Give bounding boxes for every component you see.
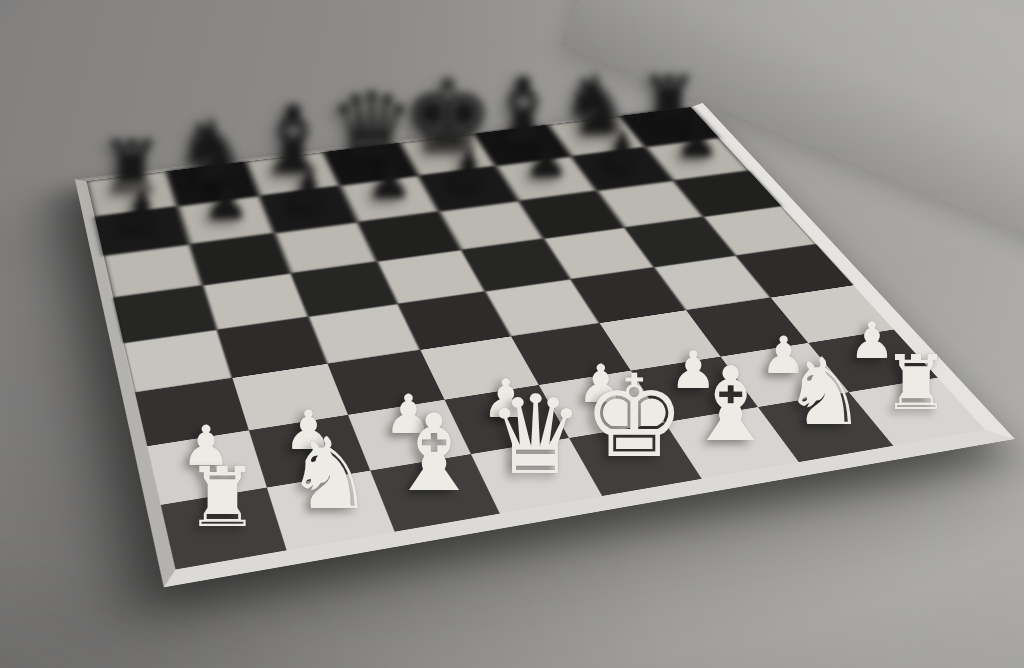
piece-white-knight[interactable]: ♞ (285, 424, 374, 523)
piece-white-rook[interactable]: ♜ (882, 346, 950, 421)
piece-black-pawn[interactable]: ♟ (524, 135, 569, 186)
table-background: ♜♞♝♛♚♝♞♜♟♟♟♟♟♟♟♟♟♟♟♟♟♟♟♟♜♞♝♛♚♝♞♜ (0, 0, 1024, 668)
piece-black-pawn[interactable]: ♟ (600, 126, 645, 176)
piece-white-rook[interactable]: ♜ (186, 456, 260, 539)
pieces-layer: ♜♞♝♛♚♝♞♜♟♟♟♟♟♟♟♟♟♟♟♟♟♟♟♟♜♞♝♛♚♝♞♜ (0, 0, 1024, 668)
piece-white-knight[interactable]: ♞ (783, 346, 866, 439)
piece-black-pawn[interactable]: ♟ (367, 154, 413, 206)
piece-white-bishop[interactable]: ♝ (685, 354, 777, 456)
piece-black-pawn[interactable]: ♟ (203, 175, 250, 228)
piece-black-pawn[interactable]: ♟ (118, 185, 166, 238)
piece-white-king[interactable]: ♚ (583, 360, 685, 474)
piece-black-pawn[interactable]: ♟ (675, 116, 719, 165)
piece-white-bishop[interactable]: ♝ (386, 400, 481, 506)
piece-black-pawn[interactable]: ♟ (286, 164, 333, 216)
piece-white-queen[interactable]: ♛ (487, 381, 585, 490)
piece-black-pawn[interactable]: ♟ (446, 145, 492, 196)
